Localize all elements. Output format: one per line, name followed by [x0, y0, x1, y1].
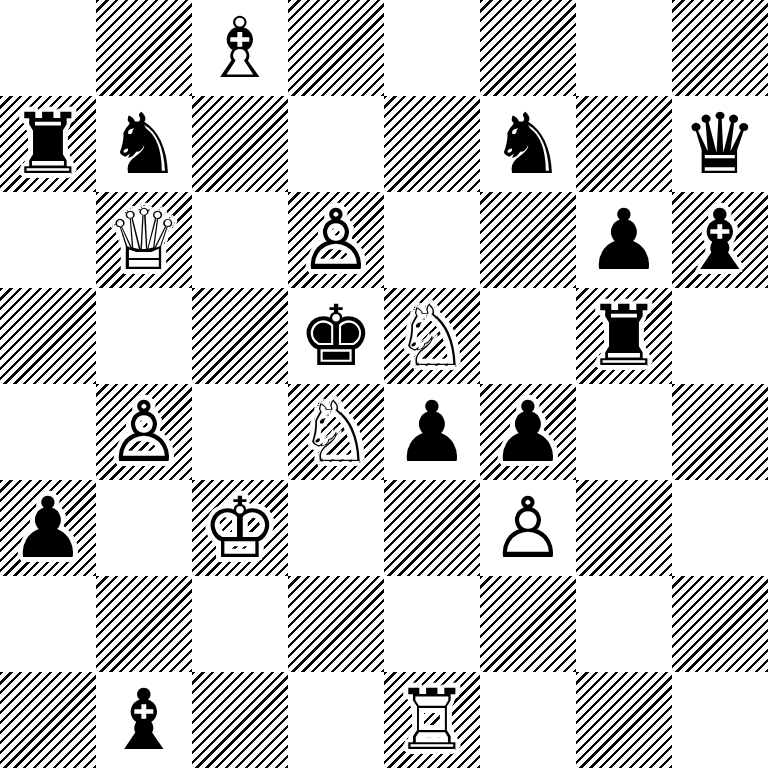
chess-board: ♗♜♞♞♛♕♙♟♝♚♘♜♙♘♟♟♟♔♙♝♖: [0, 0, 768, 768]
square-e5[interactable]: ♘: [384, 288, 480, 384]
square-c6[interactable]: [192, 192, 288, 288]
square-g1[interactable]: [576, 672, 672, 768]
square-f6[interactable]: [480, 192, 576, 288]
white-pawn-icon[interactable]: ♙: [106, 384, 181, 480]
square-a3[interactable]: ♟: [0, 480, 96, 576]
square-d3[interactable]: [288, 480, 384, 576]
black-rook-icon[interactable]: ♜: [10, 96, 85, 192]
square-a1[interactable]: [0, 672, 96, 768]
square-a2[interactable]: [0, 576, 96, 672]
square-e6[interactable]: [384, 192, 480, 288]
square-f3[interactable]: ♙: [480, 480, 576, 576]
square-g3[interactable]: [576, 480, 672, 576]
square-c1[interactable]: [192, 672, 288, 768]
square-e8[interactable]: [384, 0, 480, 96]
square-b4[interactable]: ♙: [96, 384, 192, 480]
square-f4[interactable]: ♟: [480, 384, 576, 480]
square-a8[interactable]: [0, 0, 96, 96]
white-king-icon[interactable]: ♔: [202, 480, 277, 576]
square-d5[interactable]: ♚: [288, 288, 384, 384]
square-h6[interactable]: ♝: [672, 192, 768, 288]
black-bishop-icon[interactable]: ♝: [106, 672, 181, 768]
black-pawn-icon[interactable]: ♟: [10, 480, 85, 576]
square-f8[interactable]: [480, 0, 576, 96]
square-a6[interactable]: [0, 192, 96, 288]
black-rook-icon[interactable]: ♜: [586, 288, 661, 384]
square-h8[interactable]: [672, 0, 768, 96]
square-f5[interactable]: [480, 288, 576, 384]
square-b3[interactable]: [96, 480, 192, 576]
square-c8[interactable]: ♗: [192, 0, 288, 96]
black-pawn-icon[interactable]: ♟: [586, 192, 661, 288]
square-f1[interactable]: [480, 672, 576, 768]
white-bishop-icon[interactable]: ♗: [202, 0, 277, 96]
square-g7[interactable]: [576, 96, 672, 192]
white-pawn-icon[interactable]: ♙: [490, 480, 565, 576]
square-e7[interactable]: [384, 96, 480, 192]
square-g6[interactable]: ♟: [576, 192, 672, 288]
square-h5[interactable]: [672, 288, 768, 384]
square-a5[interactable]: [0, 288, 96, 384]
square-d6[interactable]: ♙: [288, 192, 384, 288]
square-c2[interactable]: [192, 576, 288, 672]
white-knight-icon[interactable]: ♘: [394, 288, 469, 384]
square-f7[interactable]: ♞: [480, 96, 576, 192]
square-f2[interactable]: [480, 576, 576, 672]
square-d8[interactable]: [288, 0, 384, 96]
square-e4[interactable]: ♟: [384, 384, 480, 480]
square-d2[interactable]: [288, 576, 384, 672]
white-queen-icon[interactable]: ♕: [106, 192, 181, 288]
black-knight-icon[interactable]: ♞: [106, 96, 181, 192]
square-h4[interactable]: [672, 384, 768, 480]
square-b7[interactable]: ♞: [96, 96, 192, 192]
square-b1[interactable]: ♝: [96, 672, 192, 768]
square-c7[interactable]: [192, 96, 288, 192]
square-e2[interactable]: [384, 576, 480, 672]
square-b8[interactable]: [96, 0, 192, 96]
square-d1[interactable]: [288, 672, 384, 768]
square-c3[interactable]: ♔: [192, 480, 288, 576]
square-a4[interactable]: [0, 384, 96, 480]
square-d7[interactable]: [288, 96, 384, 192]
square-g5[interactable]: ♜: [576, 288, 672, 384]
square-h2[interactable]: [672, 576, 768, 672]
black-queen-icon[interactable]: ♛: [682, 96, 757, 192]
black-knight-icon[interactable]: ♞: [490, 96, 565, 192]
white-rook-icon[interactable]: ♖: [394, 672, 469, 768]
black-bishop-icon[interactable]: ♝: [682, 192, 757, 288]
square-e3[interactable]: [384, 480, 480, 576]
black-pawn-icon[interactable]: ♟: [490, 384, 565, 480]
square-b2[interactable]: [96, 576, 192, 672]
square-d4[interactable]: ♘: [288, 384, 384, 480]
black-pawn-icon[interactable]: ♟: [394, 384, 469, 480]
white-pawn-icon[interactable]: ♙: [298, 192, 373, 288]
square-c4[interactable]: [192, 384, 288, 480]
square-c5[interactable]: [192, 288, 288, 384]
black-king-icon[interactable]: ♚: [298, 288, 373, 384]
square-h1[interactable]: [672, 672, 768, 768]
square-g4[interactable]: [576, 384, 672, 480]
square-e1[interactable]: ♖: [384, 672, 480, 768]
square-a7[interactable]: ♜: [0, 96, 96, 192]
square-b5[interactable]: [96, 288, 192, 384]
white-knight-icon[interactable]: ♘: [298, 384, 373, 480]
square-h3[interactable]: [672, 480, 768, 576]
square-g2[interactable]: [576, 576, 672, 672]
square-g8[interactable]: [576, 0, 672, 96]
square-b6[interactable]: ♕: [96, 192, 192, 288]
square-h7[interactable]: ♛: [672, 96, 768, 192]
